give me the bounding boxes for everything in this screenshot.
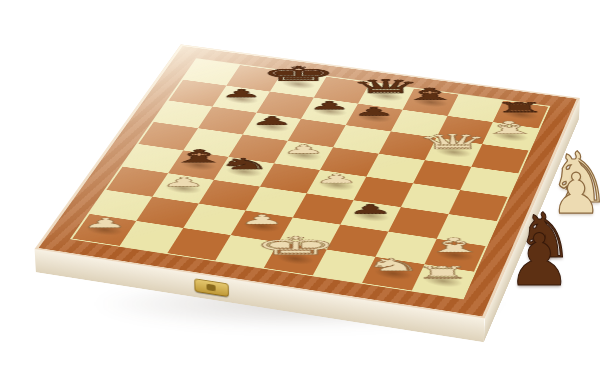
piece-dark-pawn-4[interactable]: ♟ <box>250 115 294 127</box>
piece-dark-knight[interactable]: ♞ <box>216 156 272 171</box>
piece-dark-rook[interactable]: ♜ <box>493 101 546 115</box>
piece-dark-bishop-1[interactable]: ♝ <box>399 86 462 102</box>
product-photo-stage: ♚♛♝♜♟♟♟♟♝♞♟♝♛♟♟♟♟♝♟♚♞♜ ♞♟♞♟ <box>0 0 600 370</box>
captured-dark-pawn[interactable]: ♟ <box>507 224 572 296</box>
piece-dark-pawn-1[interactable]: ♟ <box>220 88 263 99</box>
piece-dark-pawn-3[interactable]: ♟ <box>352 106 396 118</box>
chess-board: ♚♛♝♜♟♟♟♟♝♞♟♝♛♟♟♟♟♝♟♚♞♜ <box>35 45 580 319</box>
piece-white-pawn-1[interactable]: ♟ <box>281 143 325 155</box>
piece-white-queen[interactable]: ♛ <box>414 131 491 152</box>
piece-dark-king[interactable]: ♚ <box>259 64 337 84</box>
brass-clasp-icon <box>194 278 229 297</box>
square-h1[interactable] <box>412 264 474 298</box>
piece-dark-pawn-2[interactable]: ♟ <box>308 100 351 112</box>
